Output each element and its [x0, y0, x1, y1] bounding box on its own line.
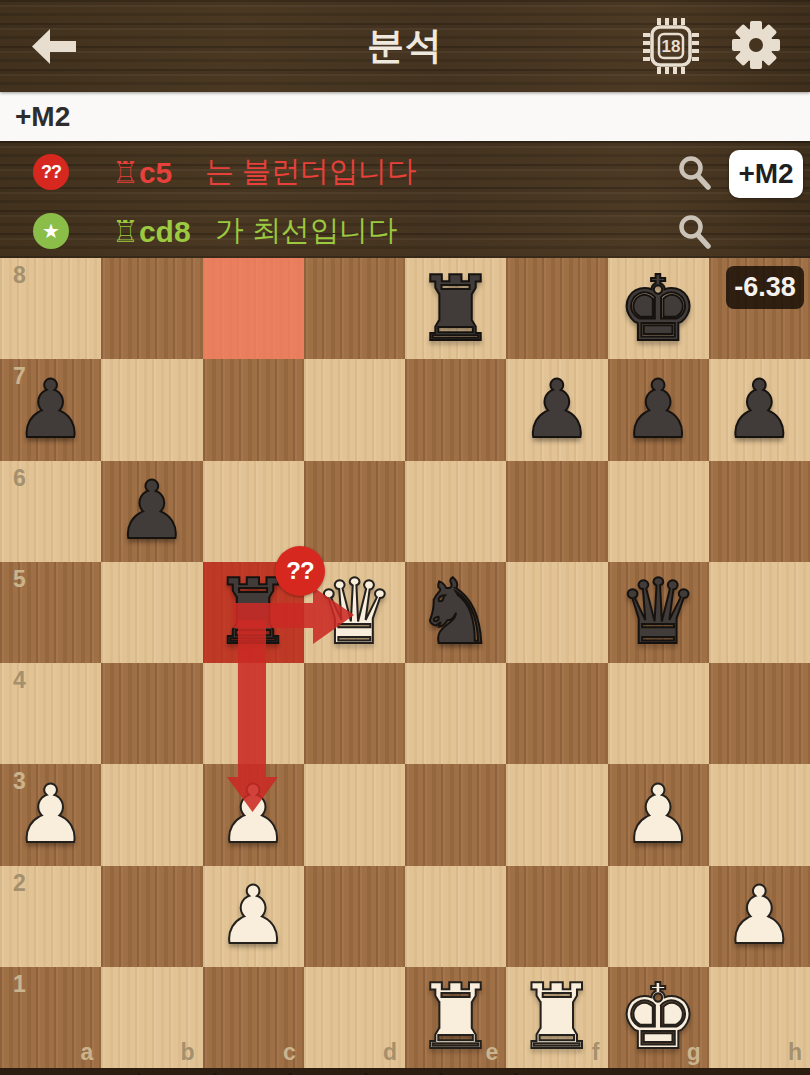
square-b3[interactable] — [101, 764, 202, 865]
rank-label-5: 5 — [13, 566, 26, 593]
square-a8[interactable]: 8 — [0, 258, 101, 359]
black-pawn-f7[interactable]: ♟ — [506, 359, 607, 460]
square-c2[interactable]: ♟ — [203, 866, 304, 967]
black-pawn-b6[interactable]: ♟ — [101, 461, 202, 562]
square-h2[interactable]: ♟ — [709, 866, 810, 967]
evaluation-bar: +M2 — [0, 92, 810, 141]
file-label-b: b — [180, 1039, 194, 1066]
square-a7[interactable]: 7♟ — [0, 359, 101, 460]
square-e2[interactable] — [405, 866, 506, 967]
captured-pieces-glyphs: ♘♙♙♗♙♙ — [128, 1069, 580, 1075]
white-pawn-c3[interactable]: ♟ — [203, 764, 304, 865]
square-d1[interactable]: d — [304, 967, 405, 1068]
square-f8[interactable] — [506, 258, 607, 359]
chess-board: 8♜♚7♟♟♟♟6♟5♜♛♞♛43♟♟♟2♟♟1abcde♜f♜g♚h ?? — [0, 258, 810, 1068]
square-e4[interactable] — [405, 663, 506, 764]
analysis-row-blunder[interactable]: ?? ♖c5 는 블런더입니다 +M2 — [0, 143, 810, 201]
square-h4[interactable] — [709, 663, 810, 764]
magnifier-icon — [676, 154, 714, 192]
square-b8[interactable] — [101, 258, 202, 359]
rank-label-2: 2 — [13, 870, 26, 897]
black-queen-g5[interactable]: ♛ — [608, 562, 709, 663]
white-rook-f1[interactable]: ♜ — [506, 967, 607, 1068]
square-d8[interactable] — [304, 258, 405, 359]
analysis-panel: ?? ♖c5 는 블런더입니다 +M2 ★ ♖cd8 가 최선입니다 -6.3 — [0, 141, 810, 258]
square-b5[interactable] — [101, 562, 202, 663]
square-g2[interactable] — [608, 866, 709, 967]
captured-pieces-tray: ♘♙♙♗♙♙ — [0, 1068, 810, 1075]
white-pawn-g3[interactable]: ♟ — [608, 764, 709, 865]
square-a1[interactable]: 1a — [0, 967, 101, 1068]
square-a6[interactable]: 6 — [0, 461, 101, 562]
square-h3[interactable] — [709, 764, 810, 865]
square-g5[interactable]: ♛ — [608, 562, 709, 663]
settings-button[interactable] — [728, 17, 784, 73]
square-e6[interactable] — [405, 461, 506, 562]
header: 분석 18 — [0, 0, 810, 92]
chess-analysis-app: 분석 18 — [0, 0, 810, 1075]
black-pawn-h7[interactable]: ♟ — [709, 359, 810, 460]
square-g1[interactable]: g♚ — [608, 967, 709, 1068]
magnifier-icon — [676, 213, 714, 251]
square-e5[interactable]: ♞ — [405, 562, 506, 663]
file-label-d: d — [383, 1039, 397, 1066]
best-move-eval-badge: -6.38 — [726, 266, 804, 309]
blunder-eval-badge: +M2 — [729, 150, 803, 198]
square-g7[interactable]: ♟ — [608, 359, 709, 460]
square-f1[interactable]: f♜ — [506, 967, 607, 1068]
analysis-row-best[interactable]: ★ ♖cd8 가 최선입니다 -6.38 — [0, 202, 810, 260]
square-h6[interactable] — [709, 461, 810, 562]
square-d7[interactable] — [304, 359, 405, 460]
square-a5[interactable]: 5 — [0, 562, 101, 663]
square-b1[interactable]: b — [101, 967, 202, 1068]
square-d2[interactable] — [304, 866, 405, 967]
blunder-move-label: ♖c5 — [112, 143, 172, 201]
inspect-best-move-button[interactable] — [676, 213, 714, 251]
blunder-icon: ?? — [33, 154, 69, 190]
evaluation-text: +M2 — [15, 101, 70, 133]
square-c6[interactable] — [203, 461, 304, 562]
square-f7[interactable]: ♟ — [506, 359, 607, 460]
square-g3[interactable]: ♟ — [608, 764, 709, 865]
white-pawn-c2[interactable]: ♟ — [203, 866, 304, 967]
square-a4[interactable]: 4 — [0, 663, 101, 764]
black-pawn-g7[interactable]: ♟ — [608, 359, 709, 460]
square-c4[interactable] — [203, 663, 304, 764]
square-h7[interactable]: ♟ — [709, 359, 810, 460]
square-d3[interactable] — [304, 764, 405, 865]
blunder-comment: 는 블런더입니다 — [205, 143, 416, 201]
square-h5[interactable] — [709, 562, 810, 663]
white-pawn-a3[interactable]: ♟ — [0, 764, 101, 865]
square-b7[interactable] — [101, 359, 202, 460]
square-g4[interactable] — [608, 663, 709, 764]
square-b2[interactable] — [101, 866, 202, 967]
square-a3[interactable]: 3♟ — [0, 764, 101, 865]
square-c8[interactable] — [203, 258, 304, 359]
square-e8[interactable]: ♜ — [405, 258, 506, 359]
square-f4[interactable] — [506, 663, 607, 764]
file-label-h: h — [788, 1039, 802, 1066]
highlight-c8 — [203, 258, 304, 359]
square-a2[interactable]: 2 — [0, 866, 101, 967]
board-squares: 8♜♚7♟♟♟♟6♟5♜♛♞♛43♟♟♟2♟♟1abcde♜f♜g♚h — [0, 258, 810, 1068]
square-f5[interactable] — [506, 562, 607, 663]
black-king-g8[interactable]: ♚ — [608, 258, 709, 359]
square-c7[interactable] — [203, 359, 304, 460]
rank-label-4: 4 — [13, 667, 26, 694]
square-c3[interactable]: ♟ — [203, 764, 304, 865]
square-b4[interactable] — [101, 663, 202, 764]
best-move-comment: 가 최선입니다 — [215, 202, 397, 260]
file-label-c: c — [283, 1039, 296, 1066]
square-b6[interactable]: ♟ — [101, 461, 202, 562]
gear-icon — [728, 17, 784, 73]
square-f6[interactable] — [506, 461, 607, 562]
square-d6[interactable] — [304, 461, 405, 562]
square-g8[interactable]: ♚ — [608, 258, 709, 359]
square-f3[interactable] — [506, 764, 607, 865]
engine-chip-icon: 18 — [641, 15, 701, 77]
square-f2[interactable] — [506, 866, 607, 967]
engine-depth-button[interactable]: 18 — [641, 15, 701, 77]
rank-label-1: 1 — [13, 971, 26, 998]
square-g6[interactable] — [608, 461, 709, 562]
square-e3[interactable] — [405, 764, 506, 865]
square-e7[interactable] — [405, 359, 506, 460]
black-rook-e8[interactable]: ♜ — [405, 258, 506, 359]
inspect-blunder-button[interactable] — [676, 154, 714, 192]
best-move-star-icon: ★ — [33, 213, 69, 249]
rank-label-6: 6 — [13, 465, 26, 492]
square-h1[interactable]: h — [709, 967, 810, 1068]
square-d4[interactable] — [304, 663, 405, 764]
black-knight-e5[interactable]: ♞ — [405, 562, 506, 663]
blunder-board-badge: ?? — [275, 546, 325, 596]
rank-label-8: 8 — [13, 262, 26, 289]
white-king-g1[interactable]: ♚ — [608, 967, 709, 1068]
square-c1[interactable]: c — [203, 967, 304, 1068]
white-rook-e1[interactable]: ♜ — [405, 967, 506, 1068]
file-label-a: a — [80, 1039, 93, 1066]
square-e1[interactable]: e♜ — [405, 967, 506, 1068]
black-pawn-a7[interactable]: ♟ — [0, 359, 101, 460]
white-pawn-h2[interactable]: ♟ — [709, 866, 810, 967]
best-move-label: ♖cd8 — [112, 202, 191, 260]
svg-text:18: 18 — [662, 37, 681, 56]
